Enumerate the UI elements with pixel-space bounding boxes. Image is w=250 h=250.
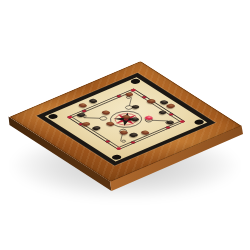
coin-black[interactable] xyxy=(157,109,168,114)
coin-tan[interactable] xyxy=(77,102,88,107)
coin-tan[interactable] xyxy=(81,121,92,126)
coin-black[interactable] xyxy=(87,98,98,103)
coin-tan[interactable] xyxy=(139,129,150,134)
coin-tan[interactable] xyxy=(105,120,116,125)
coin-black[interactable] xyxy=(91,125,102,130)
coin-black[interactable] xyxy=(130,104,141,109)
coin-tan[interactable] xyxy=(146,98,157,103)
coin-tan[interactable] xyxy=(100,109,111,114)
coin-queen[interactable] xyxy=(143,115,154,120)
coin-tan[interactable] xyxy=(118,129,129,134)
coin-black[interactable] xyxy=(164,119,175,124)
coin-black[interactable] xyxy=(128,132,139,137)
coin-black[interactable] xyxy=(76,112,87,117)
product-photo: { "game": "carrom", "scene": { "descript… xyxy=(0,0,250,250)
coin-tan[interactable] xyxy=(124,91,135,96)
